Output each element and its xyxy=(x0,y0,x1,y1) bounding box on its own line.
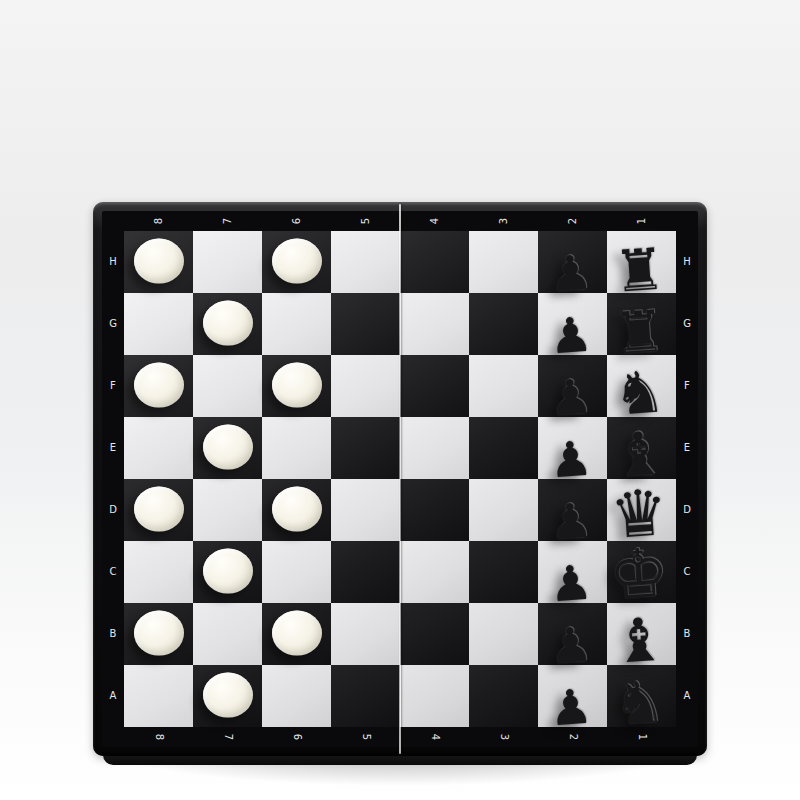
coord-label-top-6: 6 xyxy=(292,218,302,224)
black-knight-f1[interactable]: ♞ xyxy=(611,364,667,423)
black-bishop-b1[interactable]: ♝ xyxy=(610,610,668,671)
square-d4[interactable] xyxy=(400,479,469,541)
white-checker-disc-f8[interactable] xyxy=(134,363,184,408)
black-king-c1[interactable]: ♚ xyxy=(606,541,670,609)
coord-label-bottom-7: 7 xyxy=(223,734,233,740)
square-h6[interactable] xyxy=(262,231,331,293)
square-h7[interactable] xyxy=(193,231,262,293)
square-g1[interactable]: ♜ xyxy=(607,293,676,355)
coord-label-top-8: 8 xyxy=(154,218,164,224)
square-h1[interactable]: ♜ xyxy=(607,231,676,293)
square-f1[interactable]: ♞ xyxy=(607,355,676,417)
square-b2[interactable]: ♟ xyxy=(538,603,607,665)
square-b3[interactable] xyxy=(469,603,538,665)
square-c2[interactable]: ♟ xyxy=(538,541,607,603)
square-g4[interactable] xyxy=(400,293,469,355)
coord-label-top-1: 1 xyxy=(637,218,647,224)
square-d5[interactable] xyxy=(331,479,400,541)
white-checker-disc-e7[interactable] xyxy=(203,425,253,470)
coord-label-right-H: H xyxy=(683,257,691,267)
square-c7[interactable] xyxy=(193,541,262,603)
square-h3[interactable] xyxy=(469,231,538,293)
square-f8[interactable] xyxy=(124,355,193,417)
square-g5[interactable] xyxy=(331,293,400,355)
square-g2[interactable]: ♟ xyxy=(538,293,607,355)
square-c8[interactable] xyxy=(124,541,193,603)
square-d3[interactable] xyxy=(469,479,538,541)
black-pawn-d2[interactable]: ♟ xyxy=(547,498,593,546)
coord-label-top-3: 3 xyxy=(499,218,509,224)
white-checker-disc-d8[interactable] xyxy=(134,487,184,532)
coord-label-right-G: G xyxy=(683,319,691,329)
coord-label-top-7: 7 xyxy=(223,218,233,224)
coord-label-bottom-8: 8 xyxy=(154,734,164,740)
black-pawn-f2[interactable]: ♟ xyxy=(547,374,593,422)
folding-chess-checkers-board: 8765432187654321HGFEDCBAHGFEDCBA ♟♜♟♜♟♞♟… xyxy=(93,202,707,756)
black-knight-a1[interactable]: ♞ xyxy=(611,674,667,733)
coord-label-top-5: 5 xyxy=(361,218,371,224)
coord-label-right-F: F xyxy=(684,381,690,391)
square-f6[interactable] xyxy=(262,355,331,417)
square-b1[interactable]: ♝ xyxy=(607,603,676,665)
black-pawn-a2[interactable]: ♟ xyxy=(547,684,593,732)
coord-label-left-F: F xyxy=(110,381,116,391)
white-checker-disc-b8[interactable] xyxy=(134,611,184,656)
square-h8[interactable] xyxy=(124,231,193,293)
white-checker-disc-h6[interactable] xyxy=(272,239,322,284)
square-d1[interactable]: ♛ xyxy=(607,479,676,541)
black-rook-g1[interactable]: ♜ xyxy=(612,303,667,361)
square-e3[interactable] xyxy=(469,417,538,479)
white-checker-disc-b6[interactable] xyxy=(272,611,322,656)
square-a4[interactable] xyxy=(400,665,469,727)
square-c5[interactable] xyxy=(331,541,400,603)
fold-seam xyxy=(399,204,401,754)
white-checker-disc-a7[interactable] xyxy=(203,673,253,718)
square-a5[interactable] xyxy=(331,665,400,727)
square-a2[interactable]: ♟ xyxy=(538,665,607,727)
square-f5[interactable] xyxy=(331,355,400,417)
coord-label-left-D: D xyxy=(109,505,117,515)
square-f4[interactable] xyxy=(400,355,469,417)
coord-label-left-G: G xyxy=(109,319,117,329)
coord-label-right-D: D xyxy=(683,505,691,515)
coord-label-left-E: E xyxy=(110,443,116,453)
square-d2[interactable]: ♟ xyxy=(538,479,607,541)
coord-label-bottom-3: 3 xyxy=(499,734,509,740)
square-f2[interactable]: ♟ xyxy=(538,355,607,417)
square-e4[interactable] xyxy=(400,417,469,479)
white-checker-disc-d6[interactable] xyxy=(272,487,322,532)
black-pawn-h2[interactable]: ♟ xyxy=(547,250,593,298)
square-c4[interactable] xyxy=(400,541,469,603)
coord-label-top-4: 4 xyxy=(430,218,440,224)
square-d6[interactable] xyxy=(262,479,331,541)
black-pawn-e2[interactable]: ♟ xyxy=(547,436,593,484)
coord-label-right-A: A xyxy=(684,691,691,701)
square-g7[interactable] xyxy=(193,293,262,355)
coord-label-left-A: A xyxy=(110,691,117,701)
square-h4[interactable] xyxy=(400,231,469,293)
coord-label-left-B: B xyxy=(110,629,117,639)
square-e5[interactable] xyxy=(331,417,400,479)
square-e7[interactable] xyxy=(193,417,262,479)
square-f3[interactable] xyxy=(469,355,538,417)
square-h2[interactable]: ♟ xyxy=(538,231,607,293)
coord-label-top-2: 2 xyxy=(568,218,578,224)
coord-label-right-C: C xyxy=(684,567,691,577)
square-c1[interactable]: ♚ xyxy=(607,541,676,603)
square-b8[interactable] xyxy=(124,603,193,665)
square-a8[interactable] xyxy=(124,665,193,727)
black-pawn-c2[interactable]: ♟ xyxy=(547,560,593,608)
square-d7[interactable] xyxy=(193,479,262,541)
square-b6[interactable] xyxy=(262,603,331,665)
square-a6[interactable] xyxy=(262,665,331,727)
square-d8[interactable] xyxy=(124,479,193,541)
white-checker-disc-h8[interactable] xyxy=(134,239,184,284)
square-a3[interactable] xyxy=(469,665,538,727)
coord-label-right-E: E xyxy=(684,443,690,453)
square-c6[interactable] xyxy=(262,541,331,603)
square-e1[interactable]: ♝ xyxy=(607,417,676,479)
white-checker-disc-c7[interactable] xyxy=(203,549,253,594)
square-e6[interactable] xyxy=(262,417,331,479)
coord-label-left-H: H xyxy=(109,257,117,267)
square-a1[interactable]: ♞ xyxy=(607,665,676,727)
white-checker-disc-g7[interactable] xyxy=(203,301,253,346)
coord-label-bottom-6: 6 xyxy=(292,734,302,740)
coord-label-bottom-4: 4 xyxy=(430,734,440,740)
black-pawn-b2[interactable]: ♟ xyxy=(547,622,593,670)
square-e8[interactable] xyxy=(124,417,193,479)
square-h5[interactable] xyxy=(331,231,400,293)
square-b7[interactable] xyxy=(193,603,262,665)
square-b5[interactable] xyxy=(331,603,400,665)
white-checker-disc-f6[interactable] xyxy=(272,363,322,408)
coord-label-left-C: C xyxy=(110,567,117,577)
square-g8[interactable] xyxy=(124,293,193,355)
square-g3[interactable] xyxy=(469,293,538,355)
square-e2[interactable]: ♟ xyxy=(538,417,607,479)
coord-label-bottom-5: 5 xyxy=(361,734,371,740)
square-c3[interactable] xyxy=(469,541,538,603)
coord-label-right-B: B xyxy=(684,629,691,639)
black-pawn-g2[interactable]: ♟ xyxy=(547,312,593,360)
square-f7[interactable] xyxy=(193,355,262,417)
square-b4[interactable] xyxy=(400,603,469,665)
square-g6[interactable] xyxy=(262,293,331,355)
square-a7[interactable] xyxy=(193,665,262,727)
black-rook-h1[interactable]: ♜ xyxy=(612,241,667,299)
